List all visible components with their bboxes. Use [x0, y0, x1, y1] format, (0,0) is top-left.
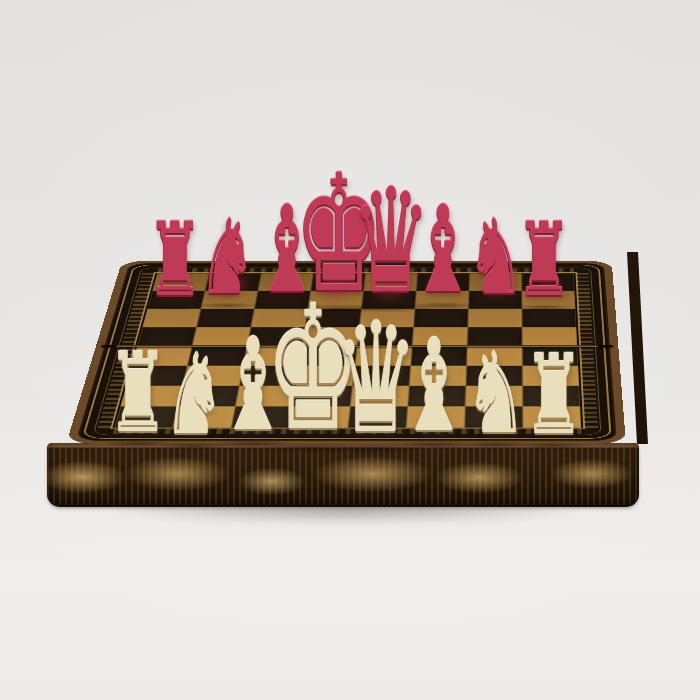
piece-red-knight-b8[interactable]: ♞ [198, 205, 256, 309]
piece-white-knight-b1[interactable]: ♞ [163, 338, 225, 450]
piece-white-rook-a1[interactable]: ♜ [107, 338, 168, 448]
photo-scene: ♜♞♝♚♛♝♞♜♜♞♝♚♛♝♞♜ [0, 0, 700, 700]
piece-white-knight-g1[interactable]: ♞ [465, 337, 527, 449]
piece-red-rook-a8[interactable]: ♜ [147, 209, 204, 311]
piece-red-rook-h8[interactable]: ♜ [516, 209, 573, 311]
piece-white-rook-h1[interactable]: ♜ [523, 340, 584, 450]
piece-white-bishop-f1[interactable]: ♝ [398, 322, 469, 450]
